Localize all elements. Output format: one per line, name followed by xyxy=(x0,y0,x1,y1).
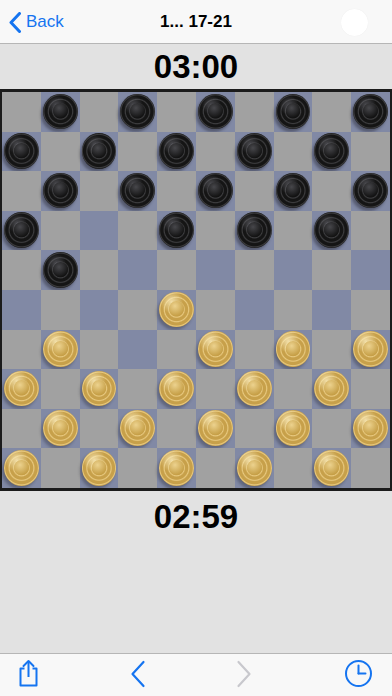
white-man[interactable] xyxy=(198,410,233,446)
light-square xyxy=(274,290,313,330)
light-square xyxy=(118,448,157,488)
light-square xyxy=(157,171,196,211)
square-18[interactable] xyxy=(157,211,196,251)
square-27[interactable] xyxy=(80,290,119,330)
black-man[interactable] xyxy=(314,133,349,169)
light-square xyxy=(157,92,196,132)
light-square xyxy=(351,448,390,488)
light-square xyxy=(312,92,351,132)
square-23[interactable] xyxy=(196,250,235,290)
black-man[interactable] xyxy=(43,94,78,130)
nav-bar: Back 1... 17-21 xyxy=(0,0,392,44)
back-button[interactable]: Back xyxy=(9,0,64,44)
square-50[interactable] xyxy=(312,448,351,488)
chevron-left-icon xyxy=(9,12,21,33)
square-39[interactable] xyxy=(235,369,274,409)
square-12[interactable] xyxy=(118,171,157,211)
black-man[interactable] xyxy=(159,212,194,248)
light-square xyxy=(2,171,41,211)
square-22[interactable] xyxy=(118,250,157,290)
light-square xyxy=(235,330,274,370)
square-21[interactable] xyxy=(41,250,80,290)
white-man[interactable] xyxy=(159,371,194,407)
square-26[interactable] xyxy=(2,290,41,330)
square-41[interactable] xyxy=(41,409,80,449)
white-man[interactable] xyxy=(120,410,155,446)
back-button-label: Back xyxy=(26,12,64,32)
square-46[interactable] xyxy=(2,448,41,488)
light-square xyxy=(118,132,157,172)
light-square xyxy=(118,290,157,330)
square-11[interactable] xyxy=(41,171,80,211)
square-30[interactable] xyxy=(312,290,351,330)
square-5[interactable] xyxy=(351,92,390,132)
light-square xyxy=(235,92,274,132)
square-1[interactable] xyxy=(41,92,80,132)
white-man[interactable] xyxy=(159,292,194,328)
light-square xyxy=(118,369,157,409)
square-43[interactable] xyxy=(196,409,235,449)
light-square xyxy=(351,132,390,172)
square-16[interactable] xyxy=(2,211,41,251)
light-square xyxy=(312,250,351,290)
square-15[interactable] xyxy=(351,171,390,211)
chevron-right-icon xyxy=(236,660,252,692)
light-square xyxy=(274,448,313,488)
light-square xyxy=(41,290,80,330)
white-man[interactable] xyxy=(159,450,194,486)
white-man[interactable] xyxy=(276,331,311,367)
light-square xyxy=(80,171,119,211)
square-8[interactable] xyxy=(157,132,196,172)
light-square xyxy=(80,250,119,290)
square-20[interactable] xyxy=(312,211,351,251)
square-32[interactable] xyxy=(118,330,157,370)
black-man[interactable] xyxy=(198,173,233,209)
square-35[interactable] xyxy=(351,330,390,370)
turn-indicator-white-disc xyxy=(341,9,368,36)
light-square xyxy=(351,369,390,409)
white-man[interactable] xyxy=(4,450,39,486)
white-man[interactable] xyxy=(353,410,388,446)
square-28[interactable] xyxy=(157,290,196,330)
light-square xyxy=(312,330,351,370)
light-square xyxy=(80,330,119,370)
light-square xyxy=(274,132,313,172)
bottom-toolbar xyxy=(0,653,392,696)
white-man[interactable] xyxy=(4,371,39,407)
square-37[interactable] xyxy=(80,369,119,409)
square-17[interactable] xyxy=(80,211,119,251)
black-man[interactable] xyxy=(353,173,388,209)
black-clock: 03:00 xyxy=(0,44,392,89)
light-square xyxy=(2,92,41,132)
white-man[interactable] xyxy=(353,331,388,367)
light-square xyxy=(274,211,313,251)
black-man[interactable] xyxy=(237,212,272,248)
square-36[interactable] xyxy=(2,369,41,409)
square-25[interactable] xyxy=(351,250,390,290)
square-33[interactable] xyxy=(196,330,235,370)
light-square xyxy=(196,132,235,172)
white-man[interactable] xyxy=(237,450,272,486)
white-man[interactable] xyxy=(314,450,349,486)
light-square xyxy=(351,290,390,330)
black-man[interactable] xyxy=(82,133,117,169)
white-clock: 02:59 xyxy=(0,491,392,543)
light-square xyxy=(351,211,390,251)
black-man[interactable] xyxy=(120,94,155,130)
square-2[interactable] xyxy=(118,92,157,132)
black-man[interactable] xyxy=(43,173,78,209)
white-man[interactable] xyxy=(82,450,117,486)
light-square xyxy=(312,409,351,449)
black-man[interactable] xyxy=(159,133,194,169)
light-square xyxy=(157,250,196,290)
square-31[interactable] xyxy=(41,330,80,370)
square-4[interactable] xyxy=(274,92,313,132)
black-man[interactable] xyxy=(353,94,388,130)
light-square xyxy=(41,211,80,251)
white-man[interactable] xyxy=(237,371,272,407)
white-man[interactable] xyxy=(276,410,311,446)
light-square xyxy=(196,448,235,488)
square-49[interactable] xyxy=(235,448,274,488)
square-3[interactable] xyxy=(196,92,235,132)
light-square xyxy=(41,369,80,409)
square-42[interactable] xyxy=(118,409,157,449)
black-man[interactable] xyxy=(237,133,272,169)
black-man[interactable] xyxy=(120,173,155,209)
square-9[interactable] xyxy=(235,132,274,172)
light-square xyxy=(2,330,41,370)
light-square xyxy=(118,211,157,251)
light-square xyxy=(235,171,274,211)
light-square xyxy=(196,211,235,251)
black-man[interactable] xyxy=(43,252,78,288)
square-10[interactable] xyxy=(312,132,351,172)
white-man[interactable] xyxy=(314,371,349,407)
white-man[interactable] xyxy=(82,371,117,407)
light-square xyxy=(196,369,235,409)
black-man[interactable] xyxy=(276,94,311,130)
white-man[interactable] xyxy=(198,331,233,367)
square-34[interactable] xyxy=(274,330,313,370)
clock-settings-button[interactable] xyxy=(344,654,373,696)
light-square xyxy=(157,409,196,449)
light-square xyxy=(2,409,41,449)
square-24[interactable] xyxy=(274,250,313,290)
square-40[interactable] xyxy=(312,369,351,409)
next-move-button[interactable] xyxy=(236,654,252,696)
light-square xyxy=(157,330,196,370)
light-square xyxy=(312,171,351,211)
square-44[interactable] xyxy=(274,409,313,449)
light-square xyxy=(235,250,274,290)
light-square xyxy=(235,409,274,449)
square-7[interactable] xyxy=(80,132,119,172)
share-icon xyxy=(17,659,40,692)
light-square xyxy=(274,369,313,409)
light-square xyxy=(2,250,41,290)
square-47[interactable] xyxy=(80,448,119,488)
light-square xyxy=(41,132,80,172)
black-man[interactable] xyxy=(4,212,39,248)
square-45[interactable] xyxy=(351,409,390,449)
chevron-left-icon xyxy=(130,660,146,692)
black-man[interactable] xyxy=(276,173,311,209)
white-man[interactable] xyxy=(43,331,78,367)
square-38[interactable] xyxy=(157,369,196,409)
square-13[interactable] xyxy=(196,171,235,211)
bottom-panel: 02:59 xyxy=(0,491,392,653)
previous-move-button[interactable] xyxy=(130,654,146,696)
black-man[interactable] xyxy=(4,133,39,169)
board xyxy=(0,89,392,491)
light-square xyxy=(41,448,80,488)
share-button[interactable] xyxy=(17,654,40,696)
black-man[interactable] xyxy=(314,212,349,248)
square-19[interactable] xyxy=(235,211,274,251)
history-clock-icon xyxy=(344,659,373,692)
light-square xyxy=(196,290,235,330)
light-square xyxy=(80,409,119,449)
square-14[interactable] xyxy=(274,171,313,211)
light-square xyxy=(80,92,119,132)
square-6[interactable] xyxy=(2,132,41,172)
square-48[interactable] xyxy=(157,448,196,488)
black-man[interactable] xyxy=(198,94,233,130)
white-man[interactable] xyxy=(43,410,78,446)
square-29[interactable] xyxy=(235,290,274,330)
